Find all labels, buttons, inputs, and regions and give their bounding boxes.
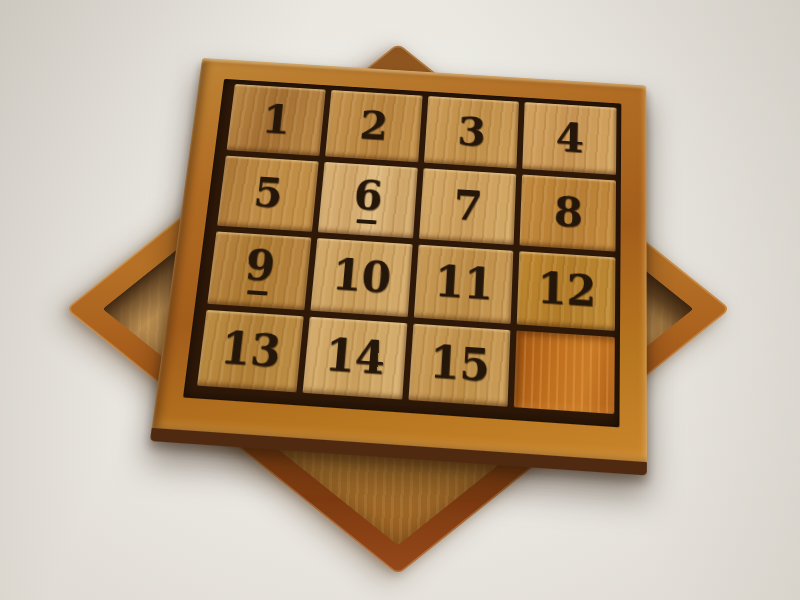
tile-10-label: 10 [330, 254, 392, 300]
tile-8[interactable]: 8 [520, 175, 616, 251]
tile-13[interactable]: 13 [197, 310, 303, 393]
tile-9-underline-mark [247, 290, 268, 295]
tile-6[interactable]: 6 [318, 162, 418, 238]
tile-7-label: 7 [452, 185, 483, 227]
tile-15[interactable]: 15 [408, 323, 511, 406]
tile-15-label: 15 [428, 341, 491, 389]
tile-4-label: 4 [555, 118, 584, 158]
tile-5[interactable]: 5 [217, 156, 318, 231]
tile-11-label: 11 [433, 261, 494, 307]
tile-14[interactable]: 14 [302, 316, 407, 399]
tile-2[interactable]: 2 [325, 90, 422, 162]
tile-7[interactable]: 7 [419, 168, 517, 244]
tile-13-label: 13 [218, 327, 283, 375]
tile-12-label: 12 [537, 267, 597, 313]
tile-8-label: 8 [553, 192, 583, 234]
empty-space [514, 330, 615, 414]
tile-6-label: 6 [352, 175, 384, 217]
tile-grid: 1 2 3 4 5 6 7 [197, 84, 616, 414]
tile-6-underline-mark [356, 219, 376, 224]
tile-4[interactable]: 4 [523, 102, 617, 175]
tile-3-label: 3 [457, 112, 487, 152]
board-frame-recess: 1 2 3 4 5 6 7 [183, 79, 621, 427]
tile-2-label: 2 [358, 106, 389, 146]
tile-11[interactable]: 11 [413, 244, 513, 324]
tile-14-label: 14 [323, 334, 387, 382]
tile-1-label: 1 [260, 100, 292, 140]
tile-1[interactable]: 1 [227, 84, 326, 156]
tile-5-label: 5 [252, 172, 285, 214]
tile-12[interactable]: 12 [517, 251, 615, 331]
background-cloth: 1 2 3 4 5 6 7 [0, 0, 800, 600]
puzzle-board: 1 2 3 4 5 6 7 [150, 58, 647, 475]
tile-9-label: 9 [243, 244, 277, 287]
tile-10[interactable]: 10 [310, 238, 412, 317]
tile-3[interactable]: 3 [423, 96, 519, 169]
tile-9[interactable]: 9 [207, 231, 311, 310]
